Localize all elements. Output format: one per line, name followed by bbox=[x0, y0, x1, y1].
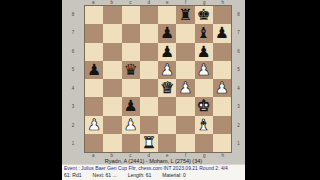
square-e7[interactable]: ♟ bbox=[158, 24, 176, 42]
square-h2[interactable] bbox=[213, 116, 231, 134]
piece-wP-a2[interactable]: ♟ bbox=[87, 116, 101, 134]
piece-bR-f8[interactable]: ♜ bbox=[178, 6, 192, 24]
piece-bP-c3[interactable]: ♟ bbox=[124, 97, 138, 115]
square-f8[interactable]: ♜ bbox=[176, 6, 194, 24]
square-f6[interactable] bbox=[176, 43, 194, 61]
coord-label-7: 7 bbox=[62, 24, 84, 43]
video-frame: abcdefgh 87654321 ♜♚♟♝♟♟♟♟♛♟♟♛♟♟♟♚♟♟♝♜ 8… bbox=[0, 0, 320, 180]
square-d2[interactable] bbox=[140, 116, 158, 134]
coord-label-2: 2 bbox=[62, 116, 84, 135]
rank-labels-right: 87654321 bbox=[232, 5, 245, 153]
next-move: Next: 61 ... bbox=[93, 172, 117, 179]
piece-wB-g2[interactable]: ♝ bbox=[197, 116, 211, 134]
piece-bP-e7[interactable]: ♟ bbox=[160, 24, 174, 42]
coord-label-h: h bbox=[214, 153, 233, 158]
square-d6[interactable] bbox=[140, 43, 158, 61]
square-b2[interactable] bbox=[103, 116, 121, 134]
piece-bK-g8[interactable]: ♚ bbox=[197, 6, 211, 24]
coord-label-1: 1 bbox=[62, 135, 84, 154]
square-a3[interactable] bbox=[85, 97, 103, 115]
square-d5[interactable] bbox=[140, 61, 158, 79]
square-g3[interactable]: ♚ bbox=[195, 97, 213, 115]
piece-bP-e6[interactable]: ♟ bbox=[160, 43, 174, 61]
square-a4[interactable] bbox=[85, 79, 103, 97]
square-f5[interactable] bbox=[176, 61, 194, 79]
square-f2[interactable] bbox=[176, 116, 194, 134]
square-e2[interactable] bbox=[158, 116, 176, 134]
square-h3[interactable] bbox=[213, 97, 231, 115]
square-b3[interactable] bbox=[103, 97, 121, 115]
game-info-panel: Event : Julius Baer Gen Cup Fltr, chess.… bbox=[62, 164, 245, 180]
square-f1[interactable] bbox=[176, 134, 194, 152]
piece-wP-c2[interactable]: ♟ bbox=[124, 116, 138, 134]
square-b6[interactable] bbox=[103, 43, 121, 61]
coord-label-2: 2 bbox=[232, 116, 245, 135]
square-b4[interactable] bbox=[103, 79, 121, 97]
square-e8[interactable] bbox=[158, 6, 176, 24]
square-b5[interactable] bbox=[103, 61, 121, 79]
piece-bB-g7[interactable]: ♝ bbox=[197, 24, 211, 42]
square-a8[interactable] bbox=[85, 6, 103, 24]
coord-label-8: 8 bbox=[62, 5, 84, 24]
square-c6[interactable] bbox=[122, 43, 140, 61]
piece-bP-a5[interactable]: ♟ bbox=[87, 61, 101, 79]
square-d7[interactable] bbox=[140, 24, 158, 42]
square-g1[interactable] bbox=[195, 134, 213, 152]
square-c2[interactable]: ♟ bbox=[122, 116, 140, 134]
piece-wR-d1[interactable]: ♜ bbox=[142, 134, 156, 152]
square-d3[interactable] bbox=[140, 97, 158, 115]
material-balance: Material: 0 bbox=[162, 172, 185, 179]
square-a1[interactable] bbox=[85, 134, 103, 152]
letterbox-right bbox=[245, 0, 320, 180]
square-h1[interactable] bbox=[213, 134, 231, 152]
square-g8[interactable]: ♚ bbox=[195, 6, 213, 24]
rank-labels-left: 87654321 bbox=[62, 5, 84, 153]
piece-bP-h7[interactable]: ♟ bbox=[215, 24, 229, 42]
square-e3[interactable] bbox=[158, 97, 176, 115]
piece-wP-e5[interactable]: ♟ bbox=[160, 61, 174, 79]
square-g7[interactable]: ♝ bbox=[195, 24, 213, 42]
coord-label-4: 4 bbox=[232, 79, 245, 98]
square-f4[interactable]: ♟ bbox=[176, 79, 194, 97]
square-e4[interactable]: ♛ bbox=[158, 79, 176, 97]
square-c7[interactable] bbox=[122, 24, 140, 42]
piece-bQ-c5[interactable]: ♛ bbox=[124, 61, 138, 79]
square-g5[interactable]: ♟ bbox=[195, 61, 213, 79]
coord-label-3: 3 bbox=[62, 98, 84, 117]
piece-bP-g6[interactable]: ♟ bbox=[197, 43, 211, 61]
square-e6[interactable]: ♟ bbox=[158, 43, 176, 61]
square-h8[interactable] bbox=[213, 6, 231, 24]
square-e5[interactable]: ♟ bbox=[158, 61, 176, 79]
coord-label-4: 4 bbox=[62, 79, 84, 98]
event-line: Event : Julius Baer Gen Cup Fltr, chess.… bbox=[64, 165, 243, 172]
coord-label-3: 3 bbox=[232, 98, 245, 117]
chess-viewer: abcdefgh 87654321 ♜♚♟♝♟♟♟♟♛♟♟♛♟♟♟♚♟♟♝♜ 8… bbox=[62, 0, 245, 174]
square-h7[interactable]: ♟ bbox=[213, 24, 231, 42]
square-h6[interactable] bbox=[213, 43, 231, 61]
square-a7[interactable] bbox=[85, 24, 103, 42]
square-a6[interactable] bbox=[85, 43, 103, 61]
square-b8[interactable] bbox=[103, 6, 121, 24]
coord-label-7: 7 bbox=[232, 24, 245, 43]
piece-wP-f4[interactable]: ♟ bbox=[178, 79, 192, 97]
square-h4[interactable]: ♟ bbox=[213, 79, 231, 97]
square-c1[interactable] bbox=[122, 134, 140, 152]
square-h5[interactable] bbox=[213, 61, 231, 79]
square-d4[interactable] bbox=[140, 79, 158, 97]
square-c8[interactable] bbox=[122, 6, 140, 24]
coord-label-a: a bbox=[84, 153, 103, 158]
coord-label-5: 5 bbox=[62, 61, 84, 80]
coord-label-5: 5 bbox=[232, 61, 245, 80]
square-c4[interactable] bbox=[122, 79, 140, 97]
square-b7[interactable] bbox=[103, 24, 121, 42]
last-move: 61: Rd1 bbox=[64, 172, 82, 179]
coord-label-6: 6 bbox=[232, 42, 245, 61]
square-f3[interactable] bbox=[176, 97, 194, 115]
coord-label-6: 6 bbox=[62, 42, 84, 61]
game-length: Length: 61 bbox=[128, 172, 152, 179]
square-c3[interactable]: ♟ bbox=[122, 97, 140, 115]
square-e1[interactable] bbox=[158, 134, 176, 152]
square-g4[interactable] bbox=[195, 79, 213, 97]
piece-wP-g5[interactable]: ♟ bbox=[197, 61, 211, 79]
coord-label-1: 1 bbox=[232, 135, 245, 154]
square-g2[interactable]: ♝ bbox=[195, 116, 213, 134]
piece-wP-h4[interactable]: ♟ bbox=[215, 79, 229, 97]
square-f7[interactable] bbox=[176, 24, 194, 42]
square-d1[interactable]: ♜ bbox=[140, 134, 158, 152]
chess-board: ♜♚♟♝♟♟♟♟♛♟♟♛♟♟♟♚♟♟♝♜ bbox=[84, 5, 232, 153]
piece-wK-g3[interactable]: ♚ bbox=[197, 97, 211, 115]
coord-label-8: 8 bbox=[232, 5, 245, 24]
square-d8[interactable] bbox=[140, 6, 158, 24]
piece-wQ-e4[interactable]: ♛ bbox=[160, 79, 174, 97]
square-c5[interactable]: ♛ bbox=[122, 61, 140, 79]
square-g6[interactable]: ♟ bbox=[195, 43, 213, 61]
square-b1[interactable] bbox=[103, 134, 121, 152]
moves-line: 61: Rd1 Next: 61 ... Length: 61 Material… bbox=[64, 172, 243, 179]
square-a2[interactable]: ♟ bbox=[85, 116, 103, 134]
square-a5[interactable]: ♟ bbox=[85, 61, 103, 79]
letterbox-left bbox=[0, 0, 62, 180]
